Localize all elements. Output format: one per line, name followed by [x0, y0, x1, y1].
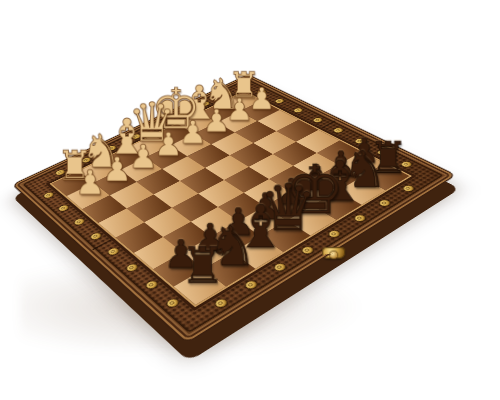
brass-clasp-icon [322, 247, 345, 258]
chess-piece-glyph: ♜ [156, 242, 251, 292]
chess-piece-glyph: ♟ [50, 166, 130, 200]
chess-set-photo: ♜♞♝♛♚♝♞♜♟♟♟♟♟♟♟♟♟♟♟♟♟♟♟♟♜♞♝♛♚♝♞♜ [0, 0, 500, 400]
